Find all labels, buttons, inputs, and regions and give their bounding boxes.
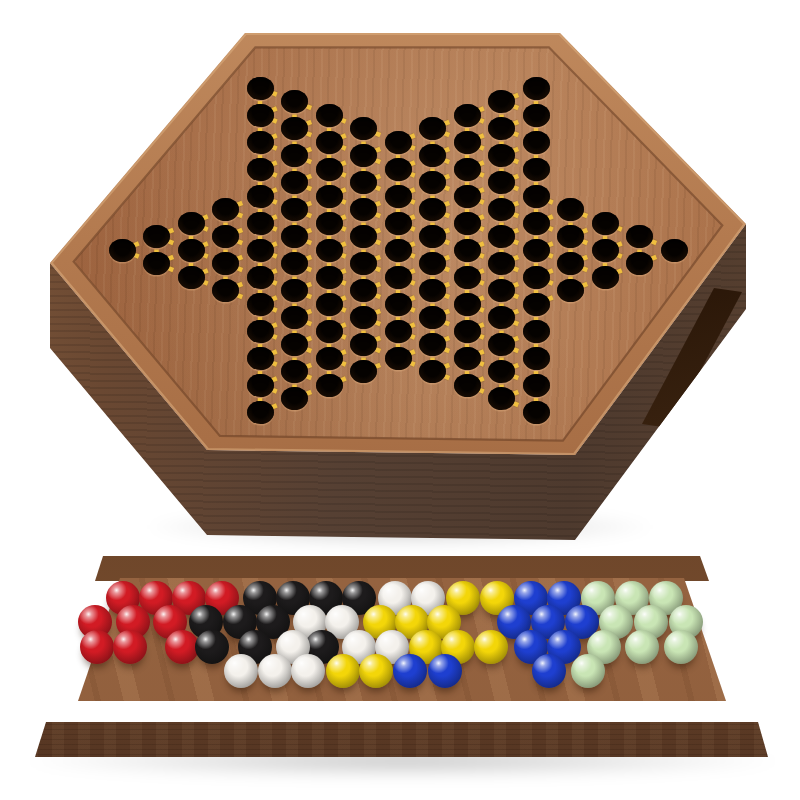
marble-yellow[interactable] bbox=[474, 630, 508, 664]
product-photo bbox=[0, 0, 800, 800]
marble-blue[interactable] bbox=[532, 654, 566, 688]
tray-marbles bbox=[0, 0, 800, 800]
marble-red[interactable] bbox=[113, 630, 147, 664]
marble-black[interactable] bbox=[195, 630, 229, 664]
marble-yellow[interactable] bbox=[359, 654, 393, 688]
marble-green[interactable] bbox=[625, 630, 659, 664]
marble-blue[interactable] bbox=[393, 654, 427, 688]
marble-white[interactable] bbox=[291, 654, 325, 688]
marble-white[interactable] bbox=[258, 654, 292, 688]
marble-red[interactable] bbox=[80, 630, 114, 664]
marble-white[interactable] bbox=[224, 654, 258, 688]
marble-blue[interactable] bbox=[428, 654, 462, 688]
marble-red[interactable] bbox=[165, 630, 199, 664]
marble-green[interactable] bbox=[664, 630, 698, 664]
marble-green[interactable] bbox=[571, 654, 605, 688]
marble-yellow[interactable] bbox=[326, 654, 360, 688]
